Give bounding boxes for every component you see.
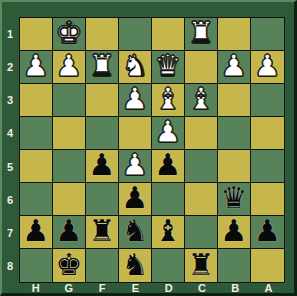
black-b-piece: ♝ bbox=[155, 216, 182, 246]
chess-diagram: 12345678 ♚♜♟♟♜♞♛♟♟♟♝♝♟♟♟♟♟♛♟♟♜♞♝♟♟♚♞♜ HG… bbox=[0, 0, 297, 296]
white-b-piece: ♝ bbox=[188, 84, 215, 114]
square-c2[interactable] bbox=[185, 51, 218, 84]
white-n-piece: ♞ bbox=[122, 51, 149, 81]
square-e6[interactable]: ♟ bbox=[119, 183, 152, 216]
square-b4[interactable] bbox=[218, 117, 251, 150]
square-h3[interactable] bbox=[20, 84, 53, 117]
square-f7[interactable]: ♜ bbox=[86, 216, 119, 249]
file-label-b: B bbox=[219, 281, 252, 294]
black-q-piece: ♛ bbox=[221, 183, 248, 213]
square-e4[interactable] bbox=[119, 117, 152, 150]
square-h5[interactable] bbox=[20, 150, 53, 183]
black-n-piece: ♞ bbox=[122, 250, 149, 280]
white-p-piece: ♟ bbox=[23, 51, 50, 81]
square-g2[interactable]: ♟ bbox=[53, 51, 86, 84]
black-p-piece: ♟ bbox=[89, 150, 116, 180]
square-d8[interactable] bbox=[152, 249, 185, 282]
square-g5[interactable] bbox=[53, 150, 86, 183]
square-c1[interactable]: ♜ bbox=[185, 18, 218, 51]
square-d5[interactable]: ♟ bbox=[152, 150, 185, 183]
square-a3[interactable] bbox=[251, 84, 284, 117]
black-p-piece: ♟ bbox=[23, 216, 50, 246]
square-f6[interactable] bbox=[86, 183, 119, 216]
square-f2[interactable]: ♜ bbox=[86, 51, 119, 84]
square-c7[interactable] bbox=[185, 216, 218, 249]
square-c6[interactable] bbox=[185, 183, 218, 216]
square-c3[interactable]: ♝ bbox=[185, 84, 218, 117]
square-a7[interactable]: ♟ bbox=[251, 216, 284, 249]
file-label-c: C bbox=[185, 281, 218, 294]
square-h7[interactable]: ♟ bbox=[20, 216, 53, 249]
square-h2[interactable]: ♟ bbox=[20, 51, 53, 84]
white-r-piece: ♜ bbox=[89, 51, 116, 81]
square-c5[interactable] bbox=[185, 150, 218, 183]
white-b-piece: ♝ bbox=[155, 84, 182, 114]
chess-board[interactable]: ♚♜♟♟♜♞♛♟♟♟♝♝♟♟♟♟♟♛♟♟♜♞♝♟♟♚♞♜ bbox=[19, 17, 285, 283]
file-label-e: E bbox=[119, 281, 152, 294]
white-q-piece: ♛ bbox=[155, 51, 182, 81]
black-p-piece: ♟ bbox=[122, 183, 149, 213]
white-k-piece: ♚ bbox=[56, 18, 83, 48]
file-label-d: D bbox=[152, 281, 185, 294]
square-f3[interactable] bbox=[86, 84, 119, 117]
square-h4[interactable] bbox=[20, 117, 53, 150]
square-b3[interactable] bbox=[218, 84, 251, 117]
black-k-piece: ♚ bbox=[56, 250, 83, 280]
black-p-piece: ♟ bbox=[221, 216, 248, 246]
square-g1[interactable]: ♚ bbox=[53, 18, 86, 51]
square-f1[interactable] bbox=[86, 18, 119, 51]
file-label-f: F bbox=[86, 281, 119, 294]
rank-label-8: 8 bbox=[3, 250, 17, 283]
white-p-piece: ♟ bbox=[56, 51, 83, 81]
square-g3[interactable] bbox=[53, 84, 86, 117]
rank-label-5: 5 bbox=[3, 150, 17, 183]
square-g6[interactable] bbox=[53, 183, 86, 216]
white-p-piece: ♟ bbox=[254, 51, 281, 81]
square-h8[interactable] bbox=[20, 249, 53, 282]
square-d1[interactable] bbox=[152, 18, 185, 51]
file-label-g: G bbox=[52, 281, 85, 294]
file-label-a: A bbox=[252, 281, 285, 294]
rank-label-2: 2 bbox=[3, 50, 17, 83]
square-e8[interactable]: ♞ bbox=[119, 249, 152, 282]
square-b7[interactable]: ♟ bbox=[218, 216, 251, 249]
black-p-piece: ♟ bbox=[254, 216, 281, 246]
square-b2[interactable]: ♟ bbox=[218, 51, 251, 84]
square-h6[interactable] bbox=[20, 183, 53, 216]
rank-labels: 12345678 bbox=[3, 17, 17, 283]
rank-label-6: 6 bbox=[3, 183, 17, 216]
white-p-piece: ♟ bbox=[122, 150, 149, 180]
square-e5[interactable]: ♟ bbox=[119, 150, 152, 183]
square-a1[interactable] bbox=[251, 18, 284, 51]
square-g7[interactable]: ♟ bbox=[53, 216, 86, 249]
file-label-h: H bbox=[19, 281, 52, 294]
square-d6[interactable] bbox=[152, 183, 185, 216]
black-p-piece: ♟ bbox=[56, 216, 83, 246]
square-a8[interactable] bbox=[251, 249, 284, 282]
rank-label-3: 3 bbox=[3, 84, 17, 117]
white-p-piece: ♟ bbox=[155, 117, 182, 147]
rank-label-1: 1 bbox=[3, 17, 17, 50]
square-g8[interactable]: ♚ bbox=[53, 249, 86, 282]
square-a2[interactable]: ♟ bbox=[251, 51, 284, 84]
black-p-piece: ♟ bbox=[155, 150, 182, 180]
square-f5[interactable]: ♟ bbox=[86, 150, 119, 183]
square-c4[interactable] bbox=[185, 117, 218, 150]
square-b5[interactable] bbox=[218, 150, 251, 183]
file-labels: HGFEDCBA bbox=[19, 281, 285, 294]
black-r-piece: ♜ bbox=[89, 216, 116, 246]
square-a4[interactable] bbox=[251, 117, 284, 150]
square-a5[interactable] bbox=[251, 150, 284, 183]
white-r-piece: ♜ bbox=[188, 18, 215, 48]
square-d3[interactable]: ♝ bbox=[152, 84, 185, 117]
square-d4[interactable]: ♟ bbox=[152, 117, 185, 150]
square-e7[interactable]: ♞ bbox=[119, 216, 152, 249]
square-f4[interactable] bbox=[86, 117, 119, 150]
square-h1[interactable] bbox=[20, 18, 53, 51]
square-d7[interactable]: ♝ bbox=[152, 216, 185, 249]
square-a6[interactable] bbox=[251, 183, 284, 216]
square-b6[interactable]: ♛ bbox=[218, 183, 251, 216]
white-p-piece: ♟ bbox=[122, 84, 149, 114]
square-g4[interactable] bbox=[53, 117, 86, 150]
black-n-piece: ♞ bbox=[122, 216, 149, 246]
square-e1[interactable] bbox=[119, 18, 152, 51]
square-d2[interactable]: ♛ bbox=[152, 51, 185, 84]
rank-label-7: 7 bbox=[3, 217, 17, 250]
white-p-piece: ♟ bbox=[221, 51, 248, 81]
rank-label-4: 4 bbox=[3, 117, 17, 150]
square-e3[interactable]: ♟ bbox=[119, 84, 152, 117]
black-r-piece: ♜ bbox=[188, 250, 215, 280]
square-f8[interactable] bbox=[86, 249, 119, 282]
square-e2[interactable]: ♞ bbox=[119, 51, 152, 84]
square-b8[interactable] bbox=[218, 249, 251, 282]
square-b1[interactable] bbox=[218, 18, 251, 51]
square-c8[interactable]: ♜ bbox=[185, 249, 218, 282]
